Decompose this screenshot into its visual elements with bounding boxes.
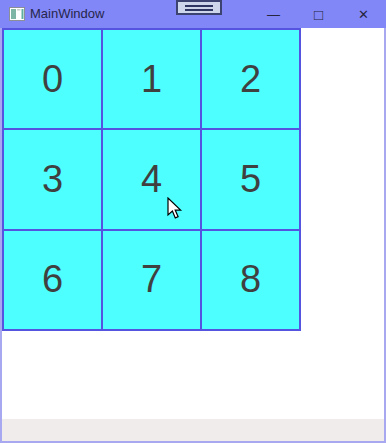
tile-0[interactable]: 0 (4, 30, 101, 128)
tile-7[interactable]: 7 (103, 231, 200, 329)
caption-buttons: — □ ✕ (251, 0, 386, 28)
grip-line-icon (185, 9, 213, 11)
minimize-button[interactable]: — (251, 0, 296, 28)
grip-line-icon (185, 5, 213, 7)
titlebar[interactable]: MainWindow — □ ✕ (0, 0, 386, 28)
client-area: 0 1 2 3 4 5 6 7 8 (0, 28, 386, 443)
vs-debug-toolbar-grip[interactable] (176, 0, 222, 15)
app-icon[interactable] (9, 6, 25, 22)
tile-8[interactable]: 8 (202, 231, 299, 329)
tile-5[interactable]: 5 (202, 130, 299, 228)
number-grid-board: 0 1 2 3 4 5 6 7 8 (2, 28, 301, 331)
status-strip (2, 419, 384, 441)
close-button[interactable]: ✕ (341, 0, 386, 28)
maximize-button[interactable]: □ (296, 0, 341, 30)
main-window: MainWindow — □ ✕ 0 1 2 3 4 5 6 7 8 (0, 0, 386, 443)
tile-3[interactable]: 3 (4, 130, 101, 228)
tile-2[interactable]: 2 (202, 30, 299, 128)
tile-4[interactable]: 4 (103, 130, 200, 228)
tile-1[interactable]: 1 (103, 30, 200, 128)
window-title: MainWindow (30, 0, 104, 28)
tile-6[interactable]: 6 (4, 231, 101, 329)
